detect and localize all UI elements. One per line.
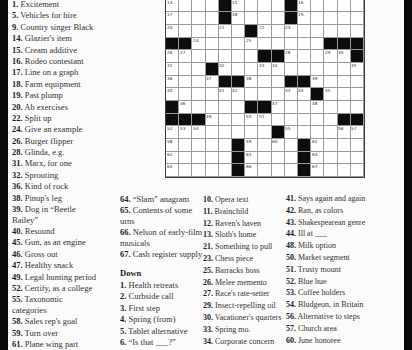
cell-number: 16 (298, 0, 303, 4)
clue: 10. Opera text (203, 194, 289, 206)
clue: 54. Bludgeon, in Britain (286, 299, 408, 311)
grid-cell (179, 152, 192, 165)
clue-text: Turn over (23, 328, 58, 338)
clue-number: 47. (12, 260, 23, 270)
grid-cell (298, 38, 311, 51)
cell-number: 66 (246, 164, 251, 168)
clue-number: 25. (203, 266, 213, 275)
clue-number: 36. (12, 181, 23, 191)
clue: 52. Blue hue (286, 276, 408, 288)
grid-cell (338, 101, 351, 114)
clue-text: “Is that ___?” (126, 337, 175, 347)
grid-cell (258, 139, 271, 152)
cell-number: 18 (232, 12, 237, 16)
grid-cell: 61 (311, 139, 324, 152)
clue-number: 34. (203, 337, 213, 346)
grid-cell-black (219, 12, 232, 25)
cell-number: 50 (246, 114, 251, 118)
grid-cell: 43 (285, 88, 298, 101)
clue: 22. Split up (12, 113, 116, 124)
clue-number: 16. (12, 56, 23, 66)
clue-number: 61. (12, 339, 23, 349)
clue-text: Glazier's item (23, 33, 72, 43)
clue-number: 38. (12, 193, 23, 203)
clue-number: 10. (203, 195, 213, 204)
clue-number: 30. (203, 313, 213, 322)
clue-text: June honoree (296, 336, 340, 345)
clue-text: Melee memento (213, 278, 267, 287)
grid-cell (179, 164, 192, 177)
grid-cell (232, 63, 245, 76)
clue-text: Gross out (23, 249, 58, 259)
cell-number: 41 (219, 88, 224, 92)
grid-cell-black (298, 152, 311, 165)
clue-text: Nelson of early-film musicals (120, 227, 202, 248)
grid-cell (179, 76, 192, 89)
grid-cell-black (258, 101, 271, 114)
grid-cell (338, 12, 351, 25)
cell-number: 31 (167, 63, 172, 67)
clue: 53. Coffee holders (286, 287, 408, 299)
cell-number: 25 (246, 38, 251, 42)
cell-number: 33 (259, 63, 264, 67)
clue-text: Ill at ___ (296, 229, 327, 238)
clue: 61. Plane wing part (12, 339, 116, 350)
grid-cell (219, 50, 232, 63)
clue-number: 39. (12, 204, 23, 214)
clue-text: Shakespearean genre (296, 218, 365, 227)
cell-number: 46 (180, 101, 185, 105)
clue: 6. “Is that ___?” (120, 337, 216, 348)
clue-text: Coffee holders (296, 288, 345, 297)
clue: 1. Health retreats (120, 280, 216, 291)
cell-number: 38 (246, 76, 251, 80)
grid-cell (324, 25, 337, 38)
grid-cell: 46 (179, 101, 192, 114)
grid-cell (206, 38, 219, 51)
clue: 51. Trusty mount (286, 264, 408, 276)
clue-text: Something to pull (213, 242, 272, 251)
clue-text: Contents of some urns (120, 205, 192, 226)
clue-number: 60. (286, 336, 296, 345)
grid-cell (192, 50, 205, 63)
clue: 43. Shakespearean genre (286, 217, 408, 229)
clue: 27. Race's rate-setter (203, 288, 289, 300)
grid-cell (338, 0, 351, 12)
clue-text: Church area (296, 324, 337, 333)
clue-number: 59. (12, 328, 23, 338)
clue-number: 27. (203, 289, 213, 298)
clue: 55. Taxonomic categories (12, 294, 116, 315)
clue-text: Resound (23, 226, 55, 236)
clue-number: 57. (286, 324, 296, 333)
clue-text: Vehicles for hire (18, 10, 76, 20)
clue: 50. Market segment (286, 252, 408, 264)
clue-text: Certify, as a college (23, 283, 93, 293)
grid-cell: 59 (245, 139, 258, 152)
clue-text: Tablet alternative (126, 326, 187, 336)
clue-number: 43. (286, 218, 296, 227)
grid-cell: 53 (179, 126, 192, 139)
grid-cell-black (232, 152, 245, 165)
clue-text: Cash register supply (131, 249, 203, 259)
clue-text: Health retreats (126, 280, 178, 290)
clue: 59. Turn over (12, 328, 116, 339)
clue-number: 42. (286, 206, 296, 215)
clue: 65. Contents of some urns (120, 205, 216, 226)
cell-number: 43 (285, 88, 290, 92)
clue: 23. Chess piece (203, 253, 289, 265)
cell-number: 40 (167, 88, 172, 92)
cell-number: 29 (325, 50, 330, 54)
clue-number: 40. (12, 226, 23, 236)
grid-cell-black (245, 25, 258, 38)
cell-number: 53 (180, 126, 185, 130)
grid-cell (285, 152, 298, 165)
clue-number: 18. (12, 79, 23, 89)
clue-text: Brainchild (213, 207, 249, 216)
grid-cell: 33 (258, 63, 271, 76)
grid-cell (324, 126, 337, 139)
clue-text: “Slam” anagram (131, 194, 190, 204)
grid-cell (192, 88, 205, 101)
clue-text: Rodeo contestant (23, 56, 84, 66)
clue: 14. Glazier's item (12, 33, 116, 44)
down-clues-column-2: 41. Says again and again42. Ran, as colo… (286, 193, 408, 346)
clue-number: 52. (286, 277, 296, 286)
clue-number: 26. (12, 136, 23, 146)
clue-number: 56. (286, 312, 296, 321)
grid-cell (311, 38, 324, 51)
clue-text: Market segment (296, 253, 350, 262)
clue: 5. Tablet alternative (120, 326, 216, 337)
clue: 60. June honoree (286, 335, 408, 347)
clue-text: Past plump (23, 90, 63, 100)
grid-cell (338, 76, 351, 89)
cell-number: 67 (312, 164, 317, 168)
clue-text: Sloth's home (213, 230, 256, 239)
grid-cell (206, 126, 219, 139)
cell-number: 17 (167, 12, 172, 16)
grid-cell (245, 12, 258, 25)
grid-cell: 19 (298, 12, 311, 25)
grid-cell (272, 114, 285, 127)
clue: 12. Raven's haven (203, 218, 289, 230)
clue: 40. Resound (12, 226, 116, 237)
grid-cell (272, 88, 285, 101)
grid-cell: 37 (206, 76, 219, 89)
grid-cell (272, 25, 285, 38)
grid-cell (192, 76, 205, 89)
clue-number: 55. (12, 294, 23, 304)
clue: 48. Milk option (286, 240, 408, 252)
clue-number: 46. (12, 249, 23, 259)
cell-number: 44 (298, 88, 303, 92)
grid-cell (179, 12, 192, 25)
clue: 30. Vacationer's quarters (203, 312, 289, 324)
grid-cell-black (285, 0, 298, 12)
clue-text: Pinup's leg (23, 193, 62, 203)
clue: 34. Corporate concern (203, 336, 289, 348)
grid-cell: 35 (351, 63, 364, 76)
grid-cell (219, 38, 232, 51)
grid-cell-black (272, 126, 285, 139)
clue-text: Burger flipper (23, 136, 73, 146)
grid-cell (285, 101, 298, 114)
cell-number: 65 (167, 164, 172, 168)
clue-text: Vacationer's quarters (213, 313, 281, 322)
grid-cell (324, 0, 337, 12)
cell-number: 51 (259, 114, 264, 118)
grid-cell (192, 0, 205, 12)
clue-text: Give an example (23, 124, 83, 134)
grid-cell (258, 38, 271, 51)
grid-cell (206, 101, 219, 114)
down-heading: Down (120, 268, 216, 279)
grid-cell (258, 0, 271, 12)
cell-number: 61 (312, 139, 317, 143)
grid-cell (219, 126, 232, 139)
clue: 56. Alternative to steps (286, 311, 408, 323)
clue-number: 22. (12, 113, 23, 123)
grid-cell (245, 0, 258, 12)
cell-number: 55 (285, 126, 290, 130)
clue: 36. Kind of rock (12, 181, 116, 192)
clue-number: 17. (12, 67, 23, 77)
grid-cell: 49 (206, 114, 219, 127)
grid-cell: 58 (166, 139, 179, 152)
cell-number: 37 (206, 76, 211, 80)
cell-number: 48 (312, 101, 317, 105)
grid-cell (206, 88, 219, 101)
clue-number: 44. (286, 229, 296, 238)
clue-text: Line on a graph (23, 67, 79, 77)
grid-cell-black (166, 101, 179, 114)
cell-number: 49 (206, 114, 211, 118)
grid-cell (338, 25, 351, 38)
grid-cell-black (298, 139, 311, 152)
cell-number: 34 (272, 63, 277, 67)
clue-number: 26. (203, 278, 213, 287)
grid-cell: 66 (245, 164, 258, 177)
grid-cell: 52 (166, 126, 179, 139)
grid-cell (324, 101, 337, 114)
grid-cell (311, 0, 324, 12)
clue-text: Raven's haven (213, 219, 261, 228)
cell-number: 36 (167, 76, 172, 80)
grid-cell: 57 (351, 126, 364, 139)
clue-number: 67. (120, 249, 131, 259)
grid-cell (232, 50, 245, 63)
clue: 17. Line on a graph (12, 67, 116, 78)
clue: 33. Spring mo. (203, 324, 289, 336)
clue-text: Spring mo. (213, 325, 251, 334)
clue-number: 23. (203, 254, 213, 263)
grid-cell-black (219, 0, 232, 12)
clue: 31. Marx, for one (12, 158, 116, 169)
clue: 39. Dog in “Beetle Bailey” (12, 204, 116, 225)
clue-text: Trusty mount (296, 265, 341, 274)
clue-text: Race's rate-setter (213, 289, 270, 298)
clue-text: Milk option (296, 241, 336, 250)
grid-cell (298, 63, 311, 76)
grid-cell (192, 25, 205, 38)
clue-text: Chess piece (213, 254, 253, 263)
grid-cell (206, 152, 219, 165)
grid-cell: 25 (245, 38, 258, 51)
grid-cell (351, 25, 364, 38)
grid-cell (258, 88, 271, 101)
clue-text: Kind of rock (23, 181, 69, 191)
clue-number: 50. (286, 253, 296, 262)
grid-cell (351, 76, 364, 89)
cell-number: 60 (272, 139, 277, 143)
across-clues-column-2-and-down-start: 64. “Slam” anagram65. Contents of some u… (120, 194, 216, 348)
clue: 57. Church area (286, 323, 408, 335)
grid-cell (338, 152, 351, 165)
clue-number: 13. (203, 230, 213, 239)
clue: 46. Gross out (12, 249, 116, 260)
clue-number: 33. (203, 325, 213, 334)
clue-text: Opera text (213, 195, 249, 204)
clue: 11. Brainchild (203, 206, 289, 218)
grid-cell: 24 (192, 38, 205, 51)
page-edge-left (0, 0, 8, 350)
clue: 38. Pinup's leg (12, 193, 116, 204)
cell-number: 32 (219, 63, 224, 67)
clue: 5. Vehicles for hire (12, 10, 116, 21)
grid-cell (311, 63, 324, 76)
cell-number: 23 (285, 25, 290, 29)
cell-number: 52 (167, 126, 172, 130)
grid-cell: 67 (311, 164, 324, 177)
grid-cell (232, 101, 245, 114)
cell-number: 57 (351, 126, 356, 130)
clue: 20. Ab exercises (12, 102, 116, 113)
cell-number: 63 (246, 152, 251, 156)
clue-number: 24. (12, 124, 23, 134)
clue-text: Country singer Black (18, 22, 93, 32)
clue-text: Ab exercises (23, 102, 68, 112)
clue-text: Sprouting (23, 170, 59, 180)
clue-number: 32. (12, 170, 23, 180)
clue-number: 64. (120, 194, 131, 204)
grid-cell (272, 152, 285, 165)
clue-text: Alternative to steps (296, 312, 360, 321)
grid-cell (351, 152, 364, 165)
grid-cell (219, 152, 232, 165)
clue-number: 58. (12, 316, 23, 326)
cell-number: 54 (193, 126, 198, 130)
grid-cell (232, 114, 245, 127)
grid-cell-black (285, 12, 298, 25)
clue-number: 29. (203, 301, 213, 310)
grid-cell (324, 139, 337, 152)
clue-text: Curbside call (126, 291, 173, 301)
cell-number: 35 (351, 63, 356, 67)
clue-number: 31. (12, 158, 23, 168)
grid-cell (338, 164, 351, 177)
grid-cell-black (351, 50, 364, 63)
cell-number: 59 (246, 139, 251, 143)
cell-number: 62 (167, 152, 172, 156)
grid-cell (258, 12, 271, 25)
grid-cell (192, 63, 205, 76)
grid-cell: 17 (166, 12, 179, 25)
grid-cell (285, 164, 298, 177)
clue: 58. Sales rep's goal (12, 316, 116, 327)
clue: 45. Gun, as an engine (12, 237, 116, 248)
grid-cell: 40 (166, 88, 179, 101)
cell-number: 42 (232, 88, 237, 92)
cell-number: 39 (312, 76, 317, 80)
grid-cell (311, 12, 324, 25)
grid-cell (179, 63, 192, 76)
grid-cell (338, 139, 351, 152)
grid-cell-black (232, 164, 245, 177)
clue-text: Spring (from) (126, 314, 175, 324)
clue-number: 54. (286, 300, 296, 309)
clue: 3. First step (120, 303, 216, 314)
grid-cell (351, 139, 364, 152)
grid-cell-black (272, 50, 285, 63)
grid-cell (192, 164, 205, 177)
clue-text: Sales rep's goal (23, 316, 78, 326)
grid-cell (245, 63, 258, 76)
clue: 66. Nelson of early-film musicals (120, 227, 216, 248)
cell-number: 26 (167, 50, 172, 54)
grid-cell (324, 12, 337, 25)
clue-number: 48. (286, 241, 296, 250)
clue: 9. Country singer Black (12, 22, 116, 33)
grid-cell-black (206, 63, 219, 76)
grid-cell: 23 (285, 25, 298, 38)
clue-text: Insect-repelling oil (213, 301, 276, 310)
grid-cell-black (245, 101, 258, 114)
clue-number: 14. (12, 33, 23, 43)
clue: 32. Sprouting (12, 170, 116, 181)
grid-cell (298, 126, 311, 139)
grid-cell (351, 164, 364, 177)
clue-text: Glinda, e.g. (23, 147, 65, 157)
grid-cell (258, 126, 271, 139)
grid-cell (206, 50, 219, 63)
grid-cell (219, 164, 232, 177)
clue-number: 20. (12, 102, 23, 112)
grid-cell (351, 0, 364, 12)
grid-cell: 27 (179, 50, 192, 63)
grid-cell (206, 139, 219, 152)
clue-text: Blue hue (296, 277, 327, 286)
cell-number: 56 (338, 126, 343, 130)
grid-cell (338, 88, 351, 101)
clue-number: 15. (12, 45, 23, 55)
clue-text: Says again and again (296, 194, 365, 203)
grid-cell (298, 50, 311, 63)
grid-cell (311, 114, 324, 127)
grid-cell (324, 63, 337, 76)
cell-number: 20 (167, 25, 172, 29)
crossword-grid: 1234567891011121314151617181920212223242… (165, 0, 365, 178)
cell-number: 30 (338, 50, 343, 54)
clue: 52. Certify, as a college (12, 283, 116, 294)
across-clues-column-1: 1. Excitement5. Vehicles for hire9. Coun… (12, 0, 116, 350)
cell-number: 28 (285, 50, 290, 54)
grid-cell: 31 (166, 63, 179, 76)
grid-cell (285, 139, 298, 152)
grid-cell (311, 25, 324, 38)
grid-cell: 29 (324, 50, 337, 63)
